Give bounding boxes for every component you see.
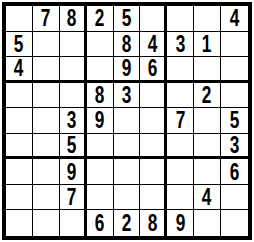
cell-r5c1[interactable] (6, 108, 33, 134)
cell-r7c8[interactable] (194, 159, 221, 185)
cell-digit: 8 (148, 211, 158, 235)
cell-r3c6[interactable]: 6 (140, 57, 167, 83)
cell-digit: 2 (95, 6, 105, 30)
cell-r1c4[interactable]: 2 (87, 6, 114, 32)
cell-r1c5[interactable]: 5 (114, 6, 141, 32)
cell-digit: 4 (202, 185, 212, 209)
cell-r5c5[interactable] (114, 108, 141, 134)
cell-digit: 5 (14, 32, 24, 56)
cell-r8c6[interactable] (140, 185, 167, 211)
cell-r3c3[interactable] (60, 57, 87, 83)
cell-r8c2[interactable] (33, 185, 60, 211)
cell-r3c2[interactable] (33, 57, 60, 83)
cell-r6c7[interactable] (167, 134, 194, 160)
cell-r6c3[interactable]: 5 (60, 134, 87, 160)
cell-r4c7[interactable] (167, 83, 194, 109)
cell-r2c8[interactable]: 1 (194, 32, 221, 58)
cell-r4c3[interactable] (60, 83, 87, 109)
cell-digit: 3 (67, 108, 77, 132)
cell-digit: 8 (67, 6, 77, 30)
cell-digit: 2 (122, 211, 132, 235)
cell-digit: 9 (67, 160, 77, 184)
cell-r1c2[interactable]: 7 (33, 6, 60, 32)
cell-r9c1[interactable] (6, 210, 33, 236)
cell-r1c1[interactable] (6, 6, 33, 32)
cell-r6c2[interactable] (33, 134, 60, 160)
cell-r7c1[interactable] (6, 159, 33, 185)
cell-r9c4[interactable]: 6 (87, 210, 114, 236)
cell-r6c9[interactable]: 3 (221, 134, 248, 160)
cell-r3c5[interactable]: 9 (114, 57, 141, 83)
cell-r9c3[interactable] (60, 210, 87, 236)
cell-r8c8[interactable]: 4 (194, 185, 221, 211)
cell-r5c2[interactable] (33, 108, 60, 134)
cell-r6c1[interactable] (6, 134, 33, 160)
cell-r7c5[interactable] (114, 159, 141, 185)
cell-digit: 4 (230, 6, 240, 30)
cell-r7c9[interactable]: 6 (221, 159, 248, 185)
cell-digit: 8 (95, 83, 105, 107)
cell-digit: 6 (230, 160, 240, 184)
cell-r1c8[interactable] (194, 6, 221, 32)
cell-r4c9[interactable] (221, 83, 248, 109)
cell-r3c4[interactable] (87, 57, 114, 83)
cell-r1c3[interactable]: 8 (60, 6, 87, 32)
cell-r2c9[interactable] (221, 32, 248, 58)
cell-digit: 9 (122, 57, 132, 80)
cell-digit: 7 (175, 108, 185, 132)
cell-r3c8[interactable] (194, 57, 221, 83)
sudoku-screenshot: 782545843149683239755396746289 (0, 0, 254, 242)
cell-r3c9[interactable] (221, 57, 248, 83)
cell-r2c6[interactable]: 4 (140, 32, 167, 58)
cell-r5c4[interactable]: 9 (87, 108, 114, 134)
cell-r6c5[interactable] (114, 134, 141, 160)
cell-r2c7[interactable]: 3 (167, 32, 194, 58)
cell-r2c2[interactable] (33, 32, 60, 58)
sudoku-board: 782545843149683239755396746289 (2, 2, 252, 240)
cell-r8c3[interactable]: 7 (60, 185, 87, 211)
cell-r3c1[interactable]: 4 (6, 57, 33, 83)
cell-digit: 5 (67, 134, 77, 157)
cell-digit: 1 (202, 32, 212, 56)
cell-r5c3[interactable]: 3 (60, 108, 87, 134)
cell-r9c8[interactable] (194, 210, 221, 236)
cell-r7c4[interactable] (87, 159, 114, 185)
cell-digit: 3 (230, 134, 240, 157)
cell-r6c4[interactable] (87, 134, 114, 160)
cell-r4c1[interactable] (6, 83, 33, 109)
cell-r8c7[interactable] (167, 185, 194, 211)
cell-r1c6[interactable] (140, 6, 167, 32)
cell-r1c7[interactable] (167, 6, 194, 32)
cell-digit: 7 (67, 185, 77, 209)
cell-r8c5[interactable] (114, 185, 141, 211)
cell-digit: 5 (122, 6, 132, 30)
cell-r2c1[interactable]: 5 (6, 32, 33, 58)
cell-r9c7[interactable]: 9 (167, 210, 194, 236)
cell-digit: 8 (122, 32, 132, 56)
cell-r8c4[interactable] (87, 185, 114, 211)
cell-digit: 9 (95, 108, 105, 132)
cell-r5c8[interactable] (194, 108, 221, 134)
cell-r5c6[interactable] (140, 108, 167, 134)
cell-r3c7[interactable] (167, 57, 194, 83)
cell-r7c6[interactable] (140, 159, 167, 185)
cell-r2c5[interactable]: 8 (114, 32, 141, 58)
cell-r7c7[interactable] (167, 159, 194, 185)
cell-digit: 6 (95, 211, 105, 235)
cell-digit: 7 (41, 6, 51, 30)
cell-r6c8[interactable] (194, 134, 221, 160)
cell-r8c9[interactable] (221, 185, 248, 211)
cell-r9c9[interactable] (221, 210, 248, 236)
cell-r9c5[interactable]: 2 (114, 210, 141, 236)
cell-r4c5[interactable]: 3 (114, 83, 141, 109)
cell-digit: 2 (202, 83, 212, 107)
cell-digit: 5 (230, 108, 240, 132)
cell-r5c7[interactable]: 7 (167, 108, 194, 134)
cell-digit: 3 (122, 83, 132, 107)
cell-r9c6[interactable]: 8 (140, 210, 167, 236)
cell-digit: 4 (14, 57, 24, 80)
cell-digit: 9 (175, 211, 185, 235)
cell-r4c2[interactable] (33, 83, 60, 109)
cell-digit: 6 (148, 57, 158, 80)
cell-r6c6[interactable] (140, 134, 167, 160)
cell-r4c4[interactable]: 8 (87, 83, 114, 109)
cell-r2c4[interactable] (87, 32, 114, 58)
cell-r5c9[interactable]: 5 (221, 108, 248, 134)
cell-r4c8[interactable]: 2 (194, 83, 221, 109)
cell-r1c9[interactable]: 4 (221, 6, 248, 32)
cell-r9c2[interactable] (33, 210, 60, 236)
cell-digit: 3 (175, 32, 185, 56)
cell-r2c3[interactable] (60, 32, 87, 58)
cell-r7c2[interactable] (33, 159, 60, 185)
cell-r8c1[interactable] (6, 185, 33, 211)
cell-r4c6[interactable] (140, 83, 167, 109)
cell-r7c3[interactable]: 9 (60, 159, 87, 185)
cell-digit: 4 (148, 32, 158, 56)
